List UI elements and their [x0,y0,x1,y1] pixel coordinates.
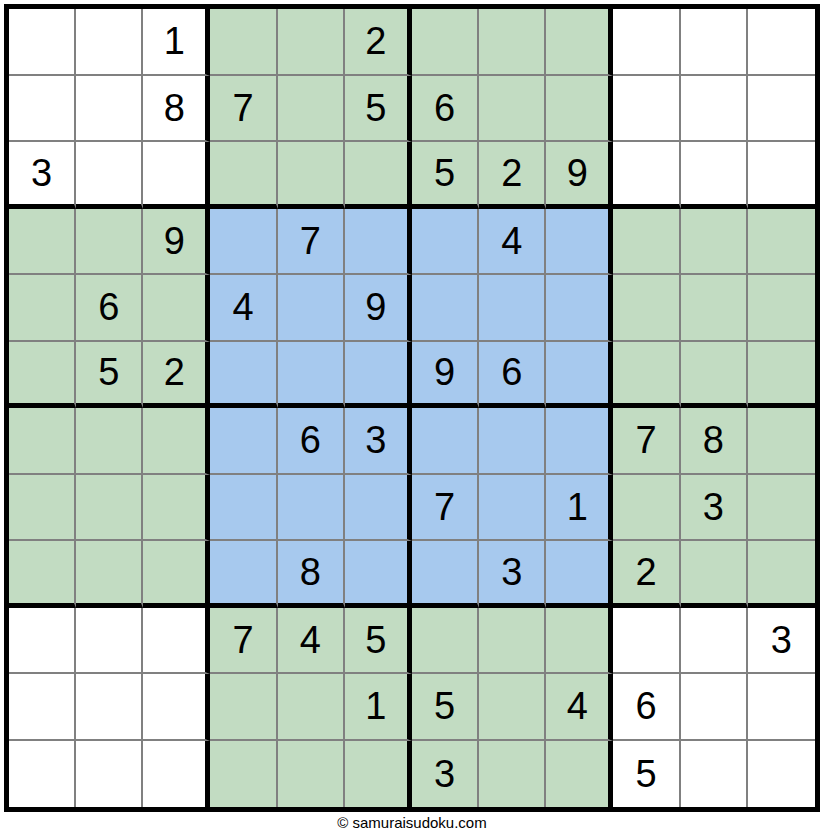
cell-r10c10[interactable] [613,608,680,675]
cell-r5c11[interactable] [681,275,748,342]
cell-r1c12[interactable] [748,9,815,76]
cell-r4c8[interactable]: 4 [479,209,546,276]
cell-r3c3[interactable] [143,142,210,209]
cell-r7c4[interactable] [210,408,277,475]
cell-r9c12[interactable] [748,541,815,608]
cell-r12c10[interactable]: 5 [613,741,680,808]
cell-r7c12[interactable] [748,408,815,475]
cell-r7c10[interactable]: 7 [613,408,680,475]
cell-r4c7[interactable] [412,209,479,276]
cell-r3c5[interactable] [278,142,345,209]
sudoku-board: 1287563529974649529663787138327453154635 [4,4,820,812]
cell-r9c2[interactable] [76,541,143,608]
cell-r8c1[interactable] [9,475,76,542]
cell-r3c2[interactable] [76,142,143,209]
cell-r10c2[interactable] [76,608,143,675]
cell-r6c5[interactable] [278,342,345,409]
cell-r4c10[interactable] [613,209,680,276]
cell-r8c7[interactable]: 7 [412,475,479,542]
cell-r7c2[interactable] [76,408,143,475]
cell-r10c6[interactable]: 5 [345,608,412,675]
cell-r12c9[interactable] [546,741,613,808]
cell-r2c11[interactable] [681,76,748,143]
cell-r2c7[interactable]: 6 [412,76,479,143]
cell-r2c8[interactable] [479,76,546,143]
cell-r11c5[interactable] [278,674,345,741]
cell-r7c8[interactable] [479,408,546,475]
cell-r5c4[interactable]: 4 [210,275,277,342]
cell-r1c5[interactable] [278,9,345,76]
cell-r8c5[interactable] [278,475,345,542]
cell-r8c12[interactable] [748,475,815,542]
cell-r10c4[interactable]: 7 [210,608,277,675]
cell-r3c11[interactable] [681,142,748,209]
cell-r4c5[interactable]: 7 [278,209,345,276]
cell-r10c7[interactable] [412,608,479,675]
cell-r7c11[interactable]: 8 [681,408,748,475]
cell-r8c9[interactable]: 1 [546,475,613,542]
cell-r10c9[interactable] [546,608,613,675]
cell-r1c3[interactable]: 1 [143,9,210,76]
cell-r3c10[interactable] [613,142,680,209]
copyright-caption: © samuraisudoku.com [0,814,824,831]
cell-r2c12[interactable] [748,76,815,143]
cell-r7c6[interactable]: 3 [345,408,412,475]
cell-r3c12[interactable] [748,142,815,209]
cell-r6c7[interactable]: 9 [412,342,479,409]
cell-r1c2[interactable] [76,9,143,76]
cell-r3c7[interactable]: 5 [412,142,479,209]
cell-r5c1[interactable] [9,275,76,342]
cell-r12c7[interactable]: 3 [412,741,479,808]
cell-r9c4[interactable] [210,541,277,608]
cell-r9c11[interactable] [681,541,748,608]
cell-r1c11[interactable] [681,9,748,76]
cell-r11c9[interactable]: 4 [546,674,613,741]
cell-r11c12[interactable] [748,674,815,741]
cell-r11c11[interactable] [681,674,748,741]
cell-r5c10[interactable] [613,275,680,342]
cell-r9c9[interactable] [546,541,613,608]
cell-r11c10[interactable]: 6 [613,674,680,741]
cell-r4c11[interactable] [681,209,748,276]
cell-r11c7[interactable]: 5 [412,674,479,741]
cell-r2c2[interactable] [76,76,143,143]
cell-r9c3[interactable] [143,541,210,608]
cell-r2c9[interactable] [546,76,613,143]
cell-r8c11[interactable]: 3 [681,475,748,542]
cell-r4c3[interactable]: 9 [143,209,210,276]
cell-r5c2[interactable]: 6 [76,275,143,342]
cell-r5c9[interactable] [546,275,613,342]
cell-r12c8[interactable] [479,741,546,808]
cell-r3c8[interactable]: 2 [479,142,546,209]
cell-r8c6[interactable] [345,475,412,542]
cell-r7c3[interactable] [143,408,210,475]
cell-r11c8[interactable] [479,674,546,741]
cell-r12c2[interactable] [76,741,143,808]
cell-r12c5[interactable] [278,741,345,808]
cell-r2c10[interactable] [613,76,680,143]
cell-r5c5[interactable] [278,275,345,342]
cell-r1c6[interactable]: 2 [345,9,412,76]
cell-r5c7[interactable] [412,275,479,342]
cell-r7c1[interactable] [9,408,76,475]
cell-r10c8[interactable] [479,608,546,675]
cell-r1c7[interactable] [412,9,479,76]
cell-r6c8[interactable]: 6 [479,342,546,409]
cell-r10c1[interactable] [9,608,76,675]
cell-r12c3[interactable] [143,741,210,808]
cell-r6c1[interactable] [9,342,76,409]
cell-r6c10[interactable] [613,342,680,409]
cell-r9c10[interactable]: 2 [613,541,680,608]
cell-r2c4[interactable]: 7 [210,76,277,143]
cell-r9c1[interactable] [9,541,76,608]
cell-r2c6[interactable]: 5 [345,76,412,143]
cell-r3c9[interactable]: 9 [546,142,613,209]
cell-r11c4[interactable] [210,674,277,741]
cell-r5c6[interactable]: 9 [345,275,412,342]
cell-r1c8[interactable] [479,9,546,76]
cell-r11c6[interactable]: 1 [345,674,412,741]
cell-r11c3[interactable] [143,674,210,741]
cell-r5c3[interactable] [143,275,210,342]
cell-r6c11[interactable] [681,342,748,409]
cell-r8c3[interactable] [143,475,210,542]
cell-r12c1[interactable] [9,741,76,808]
cell-r3c6[interactable] [345,142,412,209]
cell-r12c12[interactable] [748,741,815,808]
cell-r5c8[interactable] [479,275,546,342]
page: 1287563529974649529663787138327453154635… [0,0,824,834]
cell-r12c6[interactable] [345,741,412,808]
cell-r6c12[interactable] [748,342,815,409]
cell-r11c2[interactable] [76,674,143,741]
cell-r10c3[interactable] [143,608,210,675]
cell-r1c10[interactable] [613,9,680,76]
cell-r1c1[interactable] [9,9,76,76]
cell-r12c11[interactable] [681,741,748,808]
cell-r4c12[interactable] [748,209,815,276]
cell-r3c4[interactable] [210,142,277,209]
cell-r4c6[interactable] [345,209,412,276]
cell-r3c1[interactable]: 3 [9,142,76,209]
cell-r10c5[interactable]: 4 [278,608,345,675]
cell-r7c5[interactable]: 6 [278,408,345,475]
cell-r12c4[interactable] [210,741,277,808]
cell-r1c4[interactable] [210,9,277,76]
cell-r2c3[interactable]: 8 [143,76,210,143]
cell-r7c7[interactable] [412,408,479,475]
cell-r11c1[interactable] [9,674,76,741]
cell-r2c5[interactable] [278,76,345,143]
cell-r8c8[interactable] [479,475,546,542]
cell-r2c1[interactable] [9,76,76,143]
cell-r6c2[interactable]: 5 [76,342,143,409]
cell-r4c2[interactable] [76,209,143,276]
cell-r7c9[interactable] [546,408,613,475]
cell-r9c8[interactable]: 3 [479,541,546,608]
cell-r6c4[interactable] [210,342,277,409]
cell-r4c1[interactable] [9,209,76,276]
cell-r6c6[interactable] [345,342,412,409]
cell-r9c7[interactable] [412,541,479,608]
cell-r4c9[interactable] [546,209,613,276]
cell-r9c5[interactable]: 8 [278,541,345,608]
cell-r4c4[interactable] [210,209,277,276]
cell-r8c4[interactable] [210,475,277,542]
cell-r10c12[interactable]: 3 [748,608,815,675]
cell-r8c2[interactable] [76,475,143,542]
cell-r5c12[interactable] [748,275,815,342]
cell-r1c9[interactable] [546,9,613,76]
cell-r9c6[interactable] [345,541,412,608]
cell-r6c9[interactable] [546,342,613,409]
cell-r10c11[interactable] [681,608,748,675]
cell-r8c10[interactable] [613,475,680,542]
cell-r6c3[interactable]: 2 [143,342,210,409]
